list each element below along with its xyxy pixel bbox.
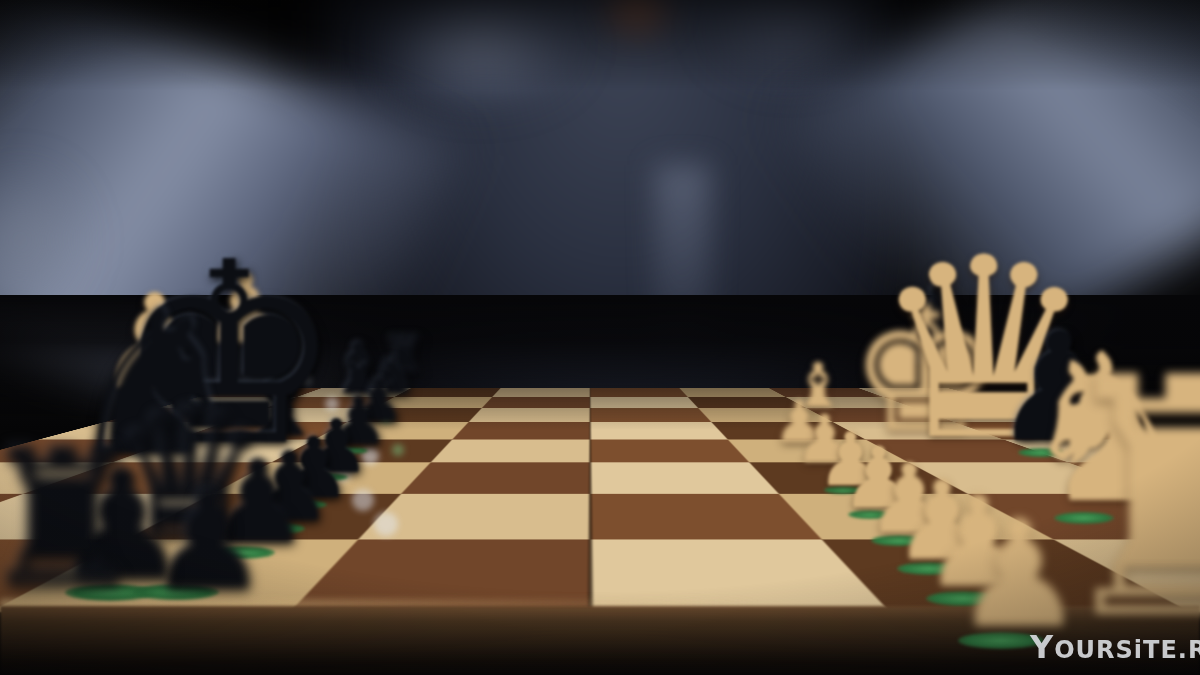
square-e4 — [590, 440, 749, 463]
black-rook-near: ♜ — [0, 425, 148, 615]
bokeh-highlight — [352, 489, 374, 511]
chess-photo-scene: ♜♞♝♟♟♟♟♟♟♝♟♚♞♟♛♟♟♜♝♟♟♟♟♟♚♛♟♟♟♞♟♟♜ YOURSi… — [0, 0, 1200, 675]
square-d3 — [401, 462, 590, 493]
bokeh-highlight — [392, 444, 404, 456]
bokeh-highlight — [374, 512, 398, 536]
square-d4 — [431, 440, 590, 463]
player-neck — [600, 0, 674, 40]
square-e3 — [590, 462, 779, 493]
white-rook-near: ♜ — [1040, 335, 1200, 665]
watermark: YOURSiTE.RU — [1030, 628, 1200, 666]
player-left-shoulder-highlight — [380, 0, 580, 105]
